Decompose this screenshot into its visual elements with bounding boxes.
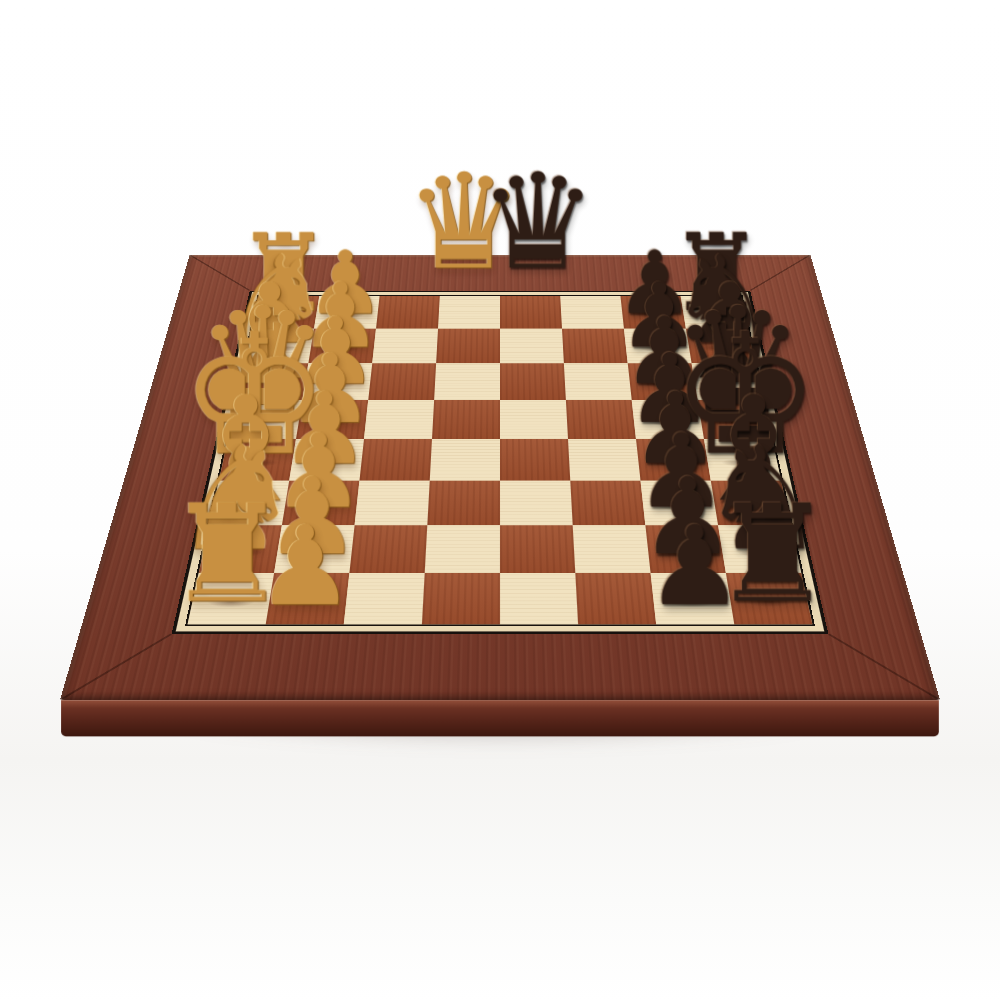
square-d4[interactable] bbox=[432, 400, 500, 439]
product-photo-scene: ♜♟♟♜♞♟♟♞♝♟♟♝♛♟♟♛♚♟♟♚♝♟♟♝♞♟♟♞♜♟♟♜ ♛ ♛ bbox=[0, 0, 1000, 1000]
square-d6[interactable] bbox=[566, 400, 636, 439]
square-g3[interactable] bbox=[349, 525, 427, 573]
square-h6[interactable] bbox=[575, 573, 656, 624]
black-rook-h8[interactable]: ♜ bbox=[712, 486, 833, 621]
square-d3[interactable] bbox=[364, 400, 434, 439]
square-f6[interactable] bbox=[570, 481, 645, 526]
square-b5[interactable] bbox=[500, 329, 564, 364]
square-c6[interactable] bbox=[564, 363, 632, 400]
square-e5[interactable] bbox=[500, 439, 570, 481]
square-e4[interactable] bbox=[430, 439, 500, 481]
square-b6[interactable] bbox=[562, 329, 628, 364]
board-front-edge bbox=[61, 700, 939, 736]
white-pawn-h2[interactable]: ♟ bbox=[256, 511, 355, 621]
square-c3[interactable] bbox=[368, 363, 436, 400]
square-b3[interactable] bbox=[372, 329, 438, 364]
square-h2[interactable]: ♟ bbox=[266, 573, 350, 624]
square-f4[interactable] bbox=[427, 481, 500, 526]
square-d5[interactable] bbox=[500, 400, 568, 439]
square-c4[interactable] bbox=[434, 363, 500, 400]
square-h5[interactable] bbox=[500, 573, 578, 624]
square-g6[interactable] bbox=[573, 525, 651, 573]
square-a6[interactable] bbox=[560, 296, 624, 329]
square-h8[interactable]: ♜ bbox=[726, 573, 812, 624]
square-c5[interactable] bbox=[500, 363, 566, 400]
square-e6[interactable] bbox=[568, 439, 641, 481]
square-h3[interactable] bbox=[344, 573, 425, 624]
square-b4[interactable] bbox=[436, 329, 500, 364]
square-h4[interactable] bbox=[422, 573, 500, 624]
board-inlay-border: ♜♟♟♜♞♟♟♞♝♟♟♝♛♟♟♛♚♟♟♚♝♟♟♝♞♟♟♞♜♟♟♜ bbox=[172, 291, 829, 634]
square-f5[interactable] bbox=[500, 481, 573, 526]
square-e3[interactable] bbox=[359, 439, 432, 481]
square-g5[interactable] bbox=[500, 525, 575, 573]
black-spare-queen: ♛ bbox=[479, 156, 597, 288]
board-grid: ♜♟♟♜♞♟♟♞♝♟♟♝♛♟♟♛♚♟♟♚♝♟♟♝♞♟♟♞♜♟♟♜ bbox=[185, 295, 815, 626]
square-a4[interactable] bbox=[438, 296, 500, 329]
square-g4[interactable] bbox=[425, 525, 500, 573]
square-a5[interactable] bbox=[500, 296, 562, 329]
square-f3[interactable] bbox=[355, 481, 430, 526]
chess-board: ♜♟♟♜♞♟♟♞♝♟♟♝♛♟♟♛♚♟♟♚♝♟♟♝♞♟♟♞♜♟♟♜ ♛ ♛ bbox=[60, 255, 940, 700]
square-a3[interactable] bbox=[376, 296, 440, 329]
